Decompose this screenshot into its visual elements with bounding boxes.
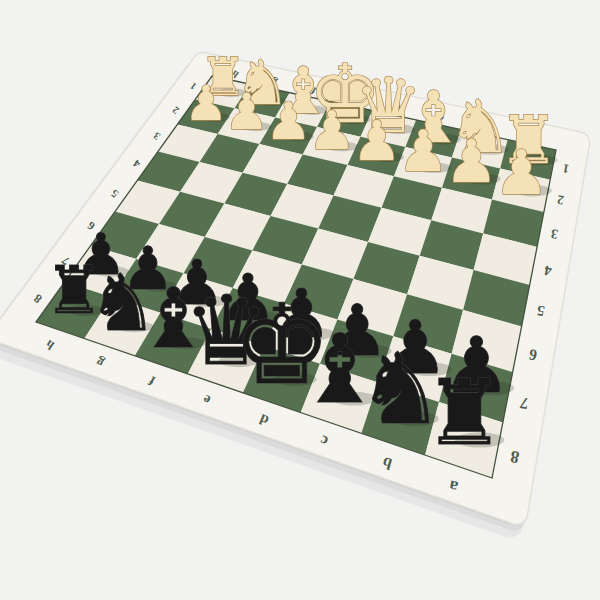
- white-pawn-glyph: ♟: [494, 137, 549, 209]
- piece-white-pawn: ♟: [494, 137, 552, 209]
- piece-white-pawn: ♟: [265, 91, 313, 151]
- piece-white-pawn: ♟: [445, 127, 501, 196]
- piece-white-pawn: ♟: [224, 83, 271, 141]
- white-pawn-glyph: ♟: [185, 75, 228, 131]
- piece-white-pawn: ♟: [398, 118, 452, 185]
- white-pawn-glyph: ♟: [445, 127, 498, 196]
- white-pawn-glyph: ♟: [398, 118, 449, 185]
- piece-white-pawn: ♟: [308, 99, 358, 162]
- white-pawn-glyph: ♟: [224, 83, 269, 141]
- piece-white-pawn: ♟: [352, 109, 404, 173]
- piece-white-pawn: ♟: [185, 75, 230, 131]
- piece-black-rook: ♜: [424, 360, 505, 465]
- white-pawn-glyph: ♟: [265, 91, 311, 151]
- white-pawn-glyph: ♟: [308, 99, 356, 162]
- product-photo: 1122334455667788hhggffeeddccbbaa♜♞♝♟♚♟♛♟…: [0, 0, 600, 600]
- white-pawn-glyph: ♟: [352, 109, 402, 173]
- chessboard: 1122334455667788hhggffeeddccbbaa♜♞♝♟♚♟♛♟…: [0, 0, 600, 600]
- black-rook-glyph: ♜: [424, 360, 505, 465]
